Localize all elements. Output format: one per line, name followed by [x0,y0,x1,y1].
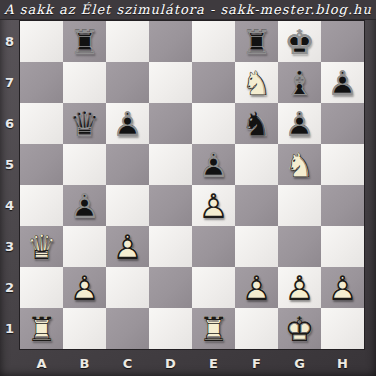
square-d6[interactable] [149,103,192,144]
square-g6[interactable]: ♟♙ [278,103,321,144]
piece-outline-layer: ♙ [106,103,149,145]
board-area: 87654321 ♜♖♜♖♚♔♞♘♝♗♟♙♛♕♟♙♞♘♟♙♟♙♞♘♟♙♟♙♛♕♟… [19,20,365,350]
square-g4[interactable] [278,185,321,226]
square-a3[interactable]: ♛♕ [20,226,63,267]
file-label-e: E [192,350,235,376]
square-d3[interactable] [149,226,192,267]
square-f3[interactable] [235,226,278,267]
piece-black-pawn-c6: ♟♙ [106,103,149,144]
piece-fill-layer: ♟ [321,267,364,309]
piece-black-queen-b6: ♛♕ [63,103,106,144]
square-g7[interactable]: ♝♗ [278,62,321,103]
file-label-g: G [278,350,321,376]
rank-label-4: 4 [0,185,19,226]
square-b6[interactable]: ♛♕ [63,103,106,144]
piece-outline-layer: ♕ [63,103,106,145]
piece-white-knight-f7: ♞♘ [235,62,278,103]
piece-fill-layer: ♞ [278,144,321,186]
file-labels: ABCDEFGH [20,350,376,376]
square-h6[interactable] [321,103,364,144]
piece-outline-layer: ♙ [192,144,235,186]
piece-black-king-g8: ♚♔ [278,21,321,62]
piece-black-pawn-h7: ♟♙ [321,62,364,103]
piece-outline-layer: ♖ [63,21,106,63]
rank-label-6: 6 [0,103,19,144]
file-label-a: A [20,350,63,376]
piece-fill-layer: ♛ [63,103,106,145]
rank-label-1: 1 [0,308,19,349]
file-label-c: C [106,350,149,376]
piece-outline-layer: ♙ [106,226,149,268]
square-a7[interactable] [20,62,63,103]
piece-white-pawn-c3: ♟♙ [106,226,149,267]
square-a6[interactable] [20,103,63,144]
square-c7[interactable] [106,62,149,103]
square-a5[interactable] [20,144,63,185]
square-a2[interactable] [20,267,63,308]
piece-outline-layer: ♘ [235,62,278,104]
square-e6[interactable] [192,103,235,144]
file-label-h: H [321,350,364,376]
piece-white-knight-g5: ♞♘ [278,144,321,185]
piece-fill-layer: ♟ [106,226,149,268]
piece-outline-layer: ♘ [235,103,278,145]
chess-board: ♜♖♜♖♚♔♞♘♝♗♟♙♛♕♟♙♞♘♟♙♟♙♞♘♟♙♟♙♛♕♟♙♟♙♟♙♟♙♟♙… [19,20,365,350]
piece-outline-layer: ♙ [321,62,364,104]
square-h1[interactable] [321,308,364,349]
square-b4[interactable]: ♟♙ [63,185,106,226]
square-g1[interactable]: ♚♔ [278,308,321,349]
piece-outline-layer: ♙ [192,185,235,227]
square-h3[interactable] [321,226,364,267]
square-g5[interactable]: ♞♘ [278,144,321,185]
square-b1[interactable] [63,308,106,349]
square-d1[interactable] [149,308,192,349]
square-f1[interactable] [235,308,278,349]
square-h8[interactable] [321,21,364,62]
piece-white-pawn-g2: ♟♙ [278,267,321,308]
square-h2[interactable]: ♟♙ [321,267,364,308]
piece-fill-layer: ♞ [235,62,278,104]
square-d2[interactable] [149,267,192,308]
square-b3[interactable] [63,226,106,267]
piece-outline-layer: ♙ [63,267,106,309]
square-e3[interactable] [192,226,235,267]
piece-fill-layer: ♟ [278,103,321,145]
piece-white-pawn-h2: ♟♙ [321,267,364,308]
square-d7[interactable] [149,62,192,103]
square-a8[interactable] [20,21,63,62]
square-e5[interactable]: ♟♙ [192,144,235,185]
rank-label-3: 3 [0,226,19,267]
square-f7[interactable]: ♞♘ [235,62,278,103]
page-title: A sakk az Élet szimulátora - sakk-mester… [4,2,372,17]
square-d4[interactable] [149,185,192,226]
piece-fill-layer: ♚ [278,21,321,63]
square-e8[interactable] [192,21,235,62]
square-h4[interactable] [321,185,364,226]
piece-black-pawn-b4: ♟♙ [63,185,106,226]
piece-fill-layer: ♜ [20,308,63,350]
piece-outline-layer: ♘ [278,144,321,186]
rank-label-2: 2 [0,267,19,308]
piece-outline-layer: ♙ [63,185,106,227]
square-e7[interactable] [192,62,235,103]
square-f2[interactable]: ♟♙ [235,267,278,308]
square-h5[interactable] [321,144,364,185]
piece-black-pawn-g6: ♟♙ [278,103,321,144]
piece-fill-layer: ♟ [192,185,235,227]
piece-fill-layer: ♜ [192,308,235,350]
rank-label-8: 8 [0,21,19,62]
square-c8[interactable] [106,21,149,62]
piece-outline-layer: ♗ [278,62,321,104]
piece-fill-layer: ♟ [235,267,278,309]
piece-outline-layer: ♔ [278,308,321,350]
piece-fill-layer: ♜ [235,21,278,63]
piece-white-king-g1: ♚♔ [278,308,321,349]
square-b5[interactable] [63,144,106,185]
square-a4[interactable] [20,185,63,226]
piece-fill-layer: ♟ [63,185,106,227]
piece-fill-layer: ♞ [235,103,278,145]
file-label-d: D [149,350,192,376]
piece-black-bishop-g7: ♝♗ [278,62,321,103]
piece-outline-layer: ♙ [278,103,321,145]
square-c1[interactable] [106,308,149,349]
piece-black-knight-f6: ♞♘ [235,103,278,144]
square-f6[interactable]: ♞♘ [235,103,278,144]
piece-fill-layer: ♟ [192,144,235,186]
piece-outline-layer: ♔ [278,21,321,63]
rank-label-5: 5 [0,144,19,185]
piece-fill-layer: ♜ [63,21,106,63]
square-c3[interactable]: ♟♙ [106,226,149,267]
square-f4[interactable] [235,185,278,226]
square-c4[interactable] [106,185,149,226]
rank-labels: 87654321 [0,21,19,349]
square-b2[interactable]: ♟♙ [63,267,106,308]
piece-fill-layer: ♟ [106,103,149,145]
piece-black-rook-b8: ♜♖ [63,21,106,62]
square-h7[interactable]: ♟♙ [321,62,364,103]
piece-white-rook-a1: ♜♖ [20,308,63,349]
piece-fill-layer: ♟ [278,267,321,309]
piece-outline-layer: ♖ [192,308,235,350]
square-e2[interactable] [192,267,235,308]
piece-outline-layer: ♖ [235,21,278,63]
square-e4[interactable]: ♟♙ [192,185,235,226]
square-a1[interactable]: ♜♖ [20,308,63,349]
square-e1[interactable]: ♜♖ [192,308,235,349]
square-g8[interactable]: ♚♔ [278,21,321,62]
file-label-f: F [235,350,278,376]
piece-white-pawn-b2: ♟♙ [63,267,106,308]
piece-fill-layer: ♛ [20,226,63,268]
square-b8[interactable]: ♜♖ [63,21,106,62]
title-bar: A sakk az Élet szimulátora - sakk-mester… [0,0,376,20]
piece-fill-layer: ♚ [278,308,321,350]
square-c2[interactable] [106,267,149,308]
piece-black-pawn-e5: ♟♙ [192,144,235,185]
piece-fill-layer: ♟ [321,62,364,104]
square-f5[interactable] [235,144,278,185]
piece-black-rook-f8: ♜♖ [235,21,278,62]
square-c5[interactable] [106,144,149,185]
piece-fill-layer: ♝ [278,62,321,104]
piece-white-pawn-e4: ♟♙ [192,185,235,226]
piece-outline-layer: ♕ [20,226,63,268]
square-f8[interactable]: ♜♖ [235,21,278,62]
square-g3[interactable] [278,226,321,267]
square-d5[interactable] [149,144,192,185]
file-label-b: B [63,350,106,376]
chess-diagram-window: A sakk az Élet szimulátora - sakk-mester… [0,0,376,376]
square-b7[interactable] [63,62,106,103]
piece-white-rook-e1: ♜♖ [192,308,235,349]
square-g2[interactable]: ♟♙ [278,267,321,308]
piece-white-pawn-f2: ♟♙ [235,267,278,308]
piece-outline-layer: ♙ [321,267,364,309]
piece-outline-layer: ♙ [235,267,278,309]
piece-outline-layer: ♙ [278,267,321,309]
rank-label-7: 7 [0,62,19,103]
piece-white-queen-a3: ♛♕ [20,226,63,267]
square-d8[interactable] [149,21,192,62]
piece-fill-layer: ♟ [63,267,106,309]
square-c6[interactable]: ♟♙ [106,103,149,144]
piece-outline-layer: ♖ [20,308,63,350]
